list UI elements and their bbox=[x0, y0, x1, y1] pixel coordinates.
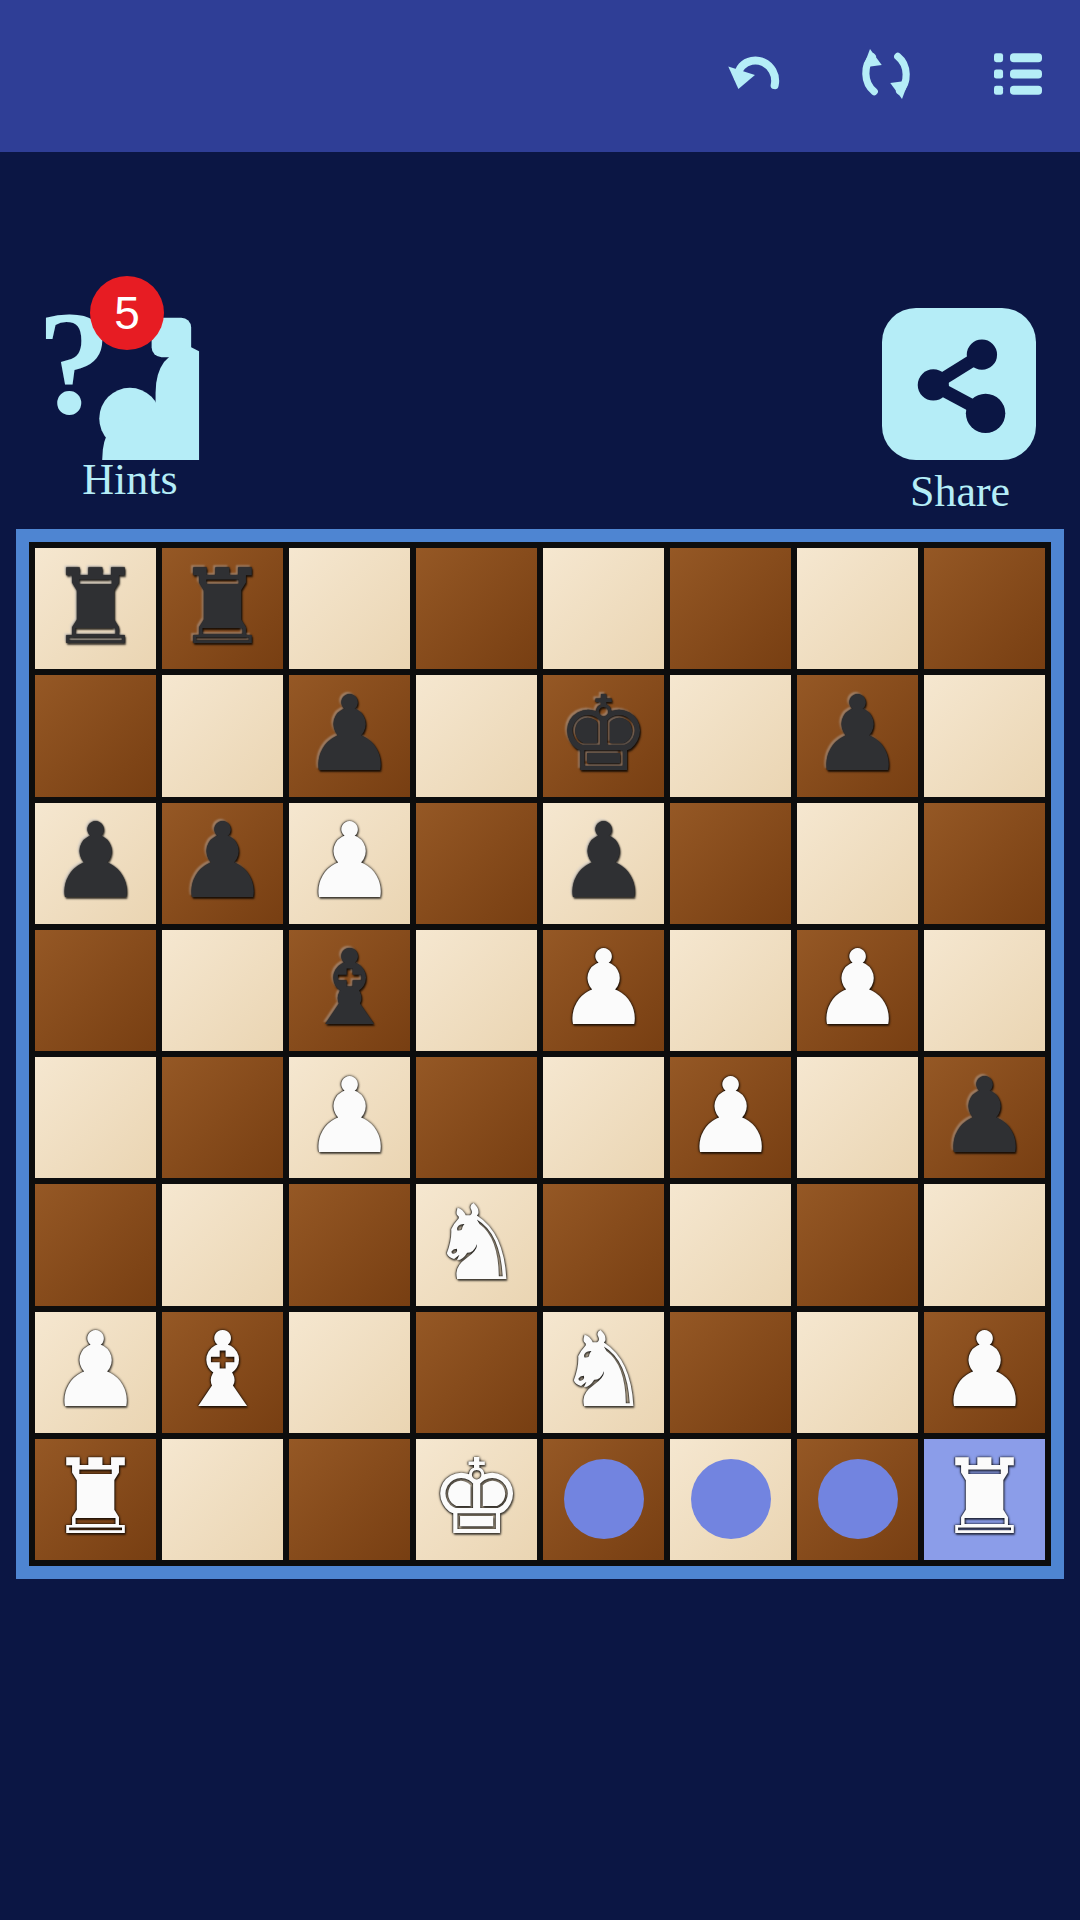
square-b2[interactable]: ♝ bbox=[162, 1312, 283, 1433]
square-f4[interactable]: ♟ bbox=[670, 1057, 791, 1178]
piece-white-rook: ♜ bbox=[49, 1445, 142, 1549]
square-a2[interactable]: ♟ bbox=[35, 1312, 156, 1433]
piece-black-bishop: ♝ bbox=[303, 936, 396, 1040]
square-a1[interactable]: ♜ bbox=[35, 1439, 156, 1560]
square-b5[interactable] bbox=[162, 930, 283, 1051]
square-f8[interactable] bbox=[670, 548, 791, 669]
square-c6[interactable]: ♟ bbox=[289, 803, 410, 924]
square-c4[interactable]: ♟ bbox=[289, 1057, 410, 1178]
square-c1[interactable] bbox=[289, 1439, 410, 1560]
square-h4[interactable]: ♟ bbox=[924, 1057, 1045, 1178]
move-list-button[interactable] bbox=[984, 40, 1052, 108]
square-c7[interactable]: ♟ bbox=[289, 675, 410, 796]
share-button[interactable]: Share bbox=[880, 302, 1040, 514]
legal-move-dot[interactable] bbox=[564, 1459, 644, 1539]
share-nodes-icon bbox=[882, 308, 1036, 460]
square-b3[interactable] bbox=[162, 1184, 283, 1305]
square-f5[interactable] bbox=[670, 930, 791, 1051]
square-g2[interactable] bbox=[797, 1312, 918, 1433]
square-h3[interactable] bbox=[924, 1184, 1045, 1305]
piece-white-king: ♚ bbox=[430, 1445, 523, 1549]
square-g6[interactable] bbox=[797, 803, 918, 924]
square-d1[interactable]: ♚ bbox=[416, 1439, 537, 1560]
undo-button[interactable] bbox=[722, 40, 790, 108]
hints-count-badge: 5 bbox=[90, 276, 164, 350]
square-h6[interactable] bbox=[924, 803, 1045, 924]
square-d2[interactable] bbox=[416, 1312, 537, 1433]
chess-board-frame: ♜♜♟♚♟♟♟♟♟♝♟♟♟♟♟♞♟♝♞♟♜♚♜ bbox=[16, 529, 1064, 1579]
square-b8[interactable]: ♜ bbox=[162, 548, 283, 669]
square-g8[interactable] bbox=[797, 548, 918, 669]
square-d8[interactable] bbox=[416, 548, 537, 669]
square-g3[interactable] bbox=[797, 1184, 918, 1305]
square-f1[interactable] bbox=[670, 1439, 791, 1560]
piece-white-knight: ♞ bbox=[430, 1191, 523, 1295]
square-b7[interactable] bbox=[162, 675, 283, 796]
share-label: Share bbox=[880, 470, 1040, 514]
move-list-icon bbox=[986, 42, 1050, 106]
square-h8[interactable] bbox=[924, 548, 1045, 669]
undo-icon bbox=[724, 42, 788, 106]
square-d4[interactable] bbox=[416, 1057, 537, 1178]
square-g5[interactable]: ♟ bbox=[797, 930, 918, 1051]
chess-app-screen: ? 5 Hints Share ♜♜♟♚♟♟♟♟♟♝♟♟♟♟♟♞♟♝♞ bbox=[0, 0, 1080, 1920]
square-a3[interactable] bbox=[35, 1184, 156, 1305]
piece-white-pawn: ♟ bbox=[49, 1318, 142, 1422]
square-a7[interactable] bbox=[35, 675, 156, 796]
square-e1[interactable] bbox=[543, 1439, 664, 1560]
hints-count: 5 bbox=[114, 286, 140, 340]
piece-black-king: ♚ bbox=[557, 682, 650, 786]
square-g4[interactable] bbox=[797, 1057, 918, 1178]
square-g1[interactable] bbox=[797, 1439, 918, 1560]
square-e5[interactable]: ♟ bbox=[543, 930, 664, 1051]
square-c3[interactable] bbox=[289, 1184, 410, 1305]
piece-white-pawn: ♟ bbox=[811, 936, 904, 1040]
square-e7[interactable]: ♚ bbox=[543, 675, 664, 796]
square-g7[interactable]: ♟ bbox=[797, 675, 918, 796]
square-b1[interactable] bbox=[162, 1439, 283, 1560]
square-a6[interactable]: ♟ bbox=[35, 803, 156, 924]
piece-white-pawn: ♟ bbox=[303, 809, 396, 913]
legal-move-dot[interactable] bbox=[818, 1459, 898, 1539]
square-f6[interactable] bbox=[670, 803, 791, 924]
square-a8[interactable]: ♜ bbox=[35, 548, 156, 669]
square-a4[interactable] bbox=[35, 1057, 156, 1178]
chess-board: ♜♜♟♚♟♟♟♟♟♝♟♟♟♟♟♞♟♝♞♟♜♚♜ bbox=[29, 542, 1051, 1566]
legal-move-dot[interactable] bbox=[691, 1459, 771, 1539]
piece-white-pawn: ♟ bbox=[684, 1064, 777, 1168]
piece-white-rook: ♜ bbox=[938, 1445, 1031, 1549]
piece-black-pawn: ♟ bbox=[811, 682, 904, 786]
hints-button[interactable]: ? 5 Hints bbox=[40, 282, 220, 502]
square-e3[interactable] bbox=[543, 1184, 664, 1305]
piece-white-knight: ♞ bbox=[557, 1318, 650, 1422]
square-f3[interactable] bbox=[670, 1184, 791, 1305]
square-e2[interactable]: ♞ bbox=[543, 1312, 664, 1433]
flip-restart-button[interactable] bbox=[852, 40, 920, 108]
square-h5[interactable] bbox=[924, 930, 1045, 1051]
square-b6[interactable]: ♟ bbox=[162, 803, 283, 924]
square-h7[interactable] bbox=[924, 675, 1045, 796]
square-e4[interactable] bbox=[543, 1057, 664, 1178]
piece-black-pawn: ♟ bbox=[49, 809, 142, 913]
piece-black-rook: ♜ bbox=[49, 555, 142, 659]
square-e8[interactable] bbox=[543, 548, 664, 669]
square-f2[interactable] bbox=[670, 1312, 791, 1433]
piece-white-pawn: ♟ bbox=[557, 936, 650, 1040]
square-c8[interactable] bbox=[289, 548, 410, 669]
square-d3[interactable]: ♞ bbox=[416, 1184, 537, 1305]
square-a5[interactable] bbox=[35, 930, 156, 1051]
square-c5[interactable]: ♝ bbox=[289, 930, 410, 1051]
square-f7[interactable] bbox=[670, 675, 791, 796]
top-bar bbox=[0, 0, 1080, 152]
square-d6[interactable] bbox=[416, 803, 537, 924]
piece-black-pawn: ♟ bbox=[938, 1064, 1031, 1168]
piece-black-pawn: ♟ bbox=[303, 682, 396, 786]
piece-black-pawn: ♟ bbox=[557, 809, 650, 913]
square-b4[interactable] bbox=[162, 1057, 283, 1178]
flip-restart-icon bbox=[854, 42, 918, 106]
piece-black-rook: ♜ bbox=[176, 555, 269, 659]
square-d5[interactable] bbox=[416, 930, 537, 1051]
hints-label: Hints bbox=[40, 458, 220, 502]
piece-white-pawn: ♟ bbox=[938, 1318, 1031, 1422]
square-c2[interactable] bbox=[289, 1312, 410, 1433]
piece-white-bishop: ♝ bbox=[176, 1318, 269, 1422]
piece-white-pawn: ♟ bbox=[303, 1064, 396, 1168]
square-h1[interactable]: ♜ bbox=[924, 1439, 1045, 1560]
square-d7[interactable] bbox=[416, 675, 537, 796]
square-e6[interactable]: ♟ bbox=[543, 803, 664, 924]
piece-black-pawn: ♟ bbox=[176, 809, 269, 913]
square-h2[interactable]: ♟ bbox=[924, 1312, 1045, 1433]
